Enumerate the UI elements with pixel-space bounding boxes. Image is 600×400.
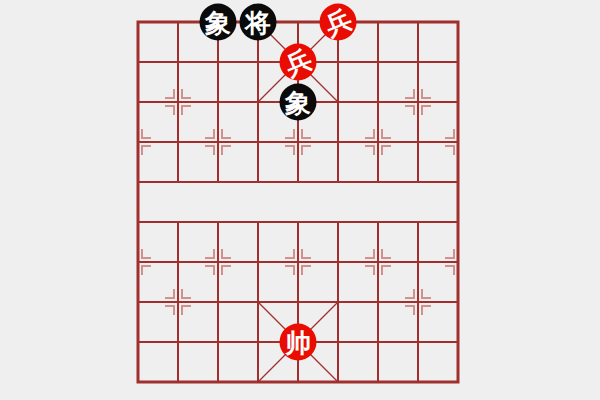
point-marker	[182, 306, 191, 315]
point-marker	[302, 129, 311, 138]
point-marker	[405, 289, 414, 298]
piece-red-soldier[interactable]: 兵	[320, 4, 357, 41]
point-marker	[205, 249, 214, 258]
point-marker	[365, 129, 374, 138]
point-marker	[142, 146, 151, 155]
xiangqi-board: 象将兵兵象帅	[0, 0, 600, 400]
point-marker	[422, 106, 431, 115]
point-marker	[302, 266, 311, 275]
point-marker	[165, 89, 174, 98]
point-marker	[422, 306, 431, 315]
point-marker	[165, 306, 174, 315]
point-marker	[142, 266, 151, 275]
point-marker	[302, 146, 311, 155]
point-marker	[382, 266, 391, 275]
point-marker	[445, 266, 454, 275]
point-marker	[165, 289, 174, 298]
point-marker	[365, 249, 374, 258]
piece-glyph: 兵	[321, 5, 355, 39]
piece-black-general[interactable]: 将	[240, 4, 277, 41]
point-marker	[222, 129, 231, 138]
point-marker	[205, 146, 214, 155]
point-marker	[422, 289, 431, 298]
point-marker	[222, 266, 231, 275]
piece-glyph: 兵	[281, 45, 315, 79]
point-marker	[182, 106, 191, 115]
point-marker	[205, 129, 214, 138]
point-marker	[365, 146, 374, 155]
point-marker	[302, 249, 311, 258]
point-marker	[142, 249, 151, 258]
point-marker	[382, 249, 391, 258]
piece-glyph: 象	[285, 89, 311, 115]
point-marker	[285, 146, 294, 155]
piece-black-elephant[interactable]: 象	[200, 4, 237, 41]
piece-glyph: 象	[205, 9, 231, 35]
point-marker	[382, 129, 391, 138]
point-marker	[405, 106, 414, 115]
point-marker	[182, 289, 191, 298]
point-marker	[422, 89, 431, 98]
point-marker	[222, 249, 231, 258]
point-marker	[142, 129, 151, 138]
point-marker	[405, 306, 414, 315]
piece-red-general[interactable]: 帅	[280, 324, 317, 361]
point-marker	[445, 249, 454, 258]
point-marker	[382, 146, 391, 155]
piece-glyph: 帅	[285, 329, 311, 355]
point-marker	[285, 249, 294, 258]
piece-glyph: 将	[245, 9, 271, 35]
piece-black-elephant[interactable]: 象	[280, 84, 317, 121]
point-marker	[445, 129, 454, 138]
point-marker	[182, 89, 191, 98]
point-marker	[405, 89, 414, 98]
point-marker	[205, 266, 214, 275]
point-marker	[445, 146, 454, 155]
point-marker	[285, 266, 294, 275]
point-marker	[365, 266, 374, 275]
point-marker	[285, 129, 294, 138]
point-marker	[165, 106, 174, 115]
point-marker	[222, 146, 231, 155]
piece-red-soldier[interactable]: 兵	[280, 44, 317, 81]
